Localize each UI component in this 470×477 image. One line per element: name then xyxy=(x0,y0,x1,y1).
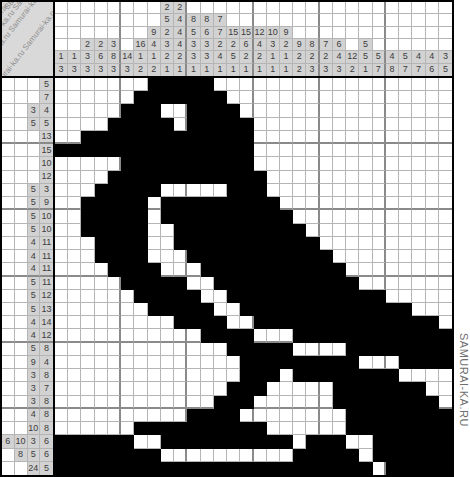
grid-cell[interactable] xyxy=(254,435,267,448)
grid-cell[interactable] xyxy=(201,343,214,356)
grid-cell[interactable] xyxy=(280,118,293,131)
grid-cell[interactable] xyxy=(81,171,94,184)
grid-cell[interactable] xyxy=(174,78,187,91)
grid-cell[interactable] xyxy=(373,303,386,316)
grid-cell[interactable] xyxy=(412,382,425,395)
grid-cell[interactable] xyxy=(187,396,200,409)
grid-cell[interactable] xyxy=(306,78,319,91)
grid-cell[interactable] xyxy=(55,316,68,329)
grid-cell[interactable] xyxy=(320,396,333,409)
grid-cell[interactable] xyxy=(306,290,319,303)
grid-cell[interactable] xyxy=(95,303,108,316)
grid-cell[interactable] xyxy=(187,356,200,369)
grid-cell[interactable] xyxy=(267,144,280,157)
grid-cell[interactable] xyxy=(148,224,161,237)
grid-cell[interactable] xyxy=(95,184,108,197)
grid-cell[interactable] xyxy=(333,118,346,131)
grid-cell[interactable] xyxy=(148,396,161,409)
grid-cell[interactable] xyxy=(346,343,359,356)
grid-cell[interactable] xyxy=(108,369,121,382)
grid-cell[interactable] xyxy=(81,237,94,250)
grid-cell[interactable] xyxy=(412,171,425,184)
grid-cell[interactable] xyxy=(333,237,346,250)
grid-cell[interactable] xyxy=(399,435,412,448)
grid-cell[interactable] xyxy=(386,104,399,117)
grid-cell[interactable] xyxy=(95,197,108,210)
grid-cell[interactable] xyxy=(174,462,187,475)
grid-cell[interactable] xyxy=(134,250,147,263)
grid-cell[interactable] xyxy=(426,449,439,462)
grid-cell[interactable] xyxy=(412,118,425,131)
grid-cell[interactable] xyxy=(227,462,240,475)
grid-cell[interactable] xyxy=(121,382,134,395)
grid-cell[interactable] xyxy=(214,104,227,117)
grid-cell[interactable] xyxy=(134,369,147,382)
grid-cell[interactable] xyxy=(373,118,386,131)
grid-cell[interactable] xyxy=(134,171,147,184)
grid-cell[interactable] xyxy=(187,224,200,237)
grid-cell[interactable] xyxy=(227,329,240,342)
grid-cell[interactable] xyxy=(108,422,121,435)
grid-cell[interactable] xyxy=(439,197,452,210)
grid-cell[interactable] xyxy=(227,343,240,356)
grid-cell[interactable] xyxy=(386,144,399,157)
grid-cell[interactable] xyxy=(373,462,386,475)
grid-cell[interactable] xyxy=(254,144,267,157)
grid-cell[interactable] xyxy=(399,131,412,144)
grid-cell[interactable] xyxy=(55,237,68,250)
grid-cell[interactable] xyxy=(373,409,386,422)
grid-cell[interactable] xyxy=(55,369,68,382)
grid-cell[interactable] xyxy=(439,435,452,448)
grid-cell[interactable] xyxy=(359,78,372,91)
grid-cell[interactable] xyxy=(399,356,412,369)
grid-cell[interactable] xyxy=(373,91,386,104)
grid-cell[interactable] xyxy=(386,250,399,263)
grid-cell[interactable] xyxy=(148,131,161,144)
grid-cell[interactable] xyxy=(95,263,108,276)
grid-cell[interactable] xyxy=(386,171,399,184)
grid-cell[interactable] xyxy=(161,144,174,157)
grid-cell[interactable] xyxy=(81,263,94,276)
grid-cell[interactable] xyxy=(55,329,68,342)
grid-cell[interactable] xyxy=(201,277,214,290)
grid-cell[interactable] xyxy=(227,157,240,170)
grid-cell[interactable] xyxy=(187,303,200,316)
grid-cell[interactable] xyxy=(426,224,439,237)
grid-cell[interactable] xyxy=(306,409,319,422)
grid-cell[interactable] xyxy=(174,303,187,316)
grid-cell[interactable] xyxy=(333,449,346,462)
grid-cell[interactable] xyxy=(439,118,452,131)
grid-cell[interactable] xyxy=(373,316,386,329)
grid-cell[interactable] xyxy=(373,396,386,409)
grid-cell[interactable] xyxy=(254,462,267,475)
grid-cell[interactable] xyxy=(412,91,425,104)
grid-cell[interactable] xyxy=(280,277,293,290)
grid-cell[interactable] xyxy=(108,78,121,91)
grid-cell[interactable] xyxy=(187,104,200,117)
grid-cell[interactable] xyxy=(174,184,187,197)
grid-cell[interactable] xyxy=(187,449,200,462)
grid-cell[interactable] xyxy=(346,263,359,276)
grid-cell[interactable] xyxy=(280,78,293,91)
grid-cell[interactable] xyxy=(254,184,267,197)
grid-cell[interactable] xyxy=(68,343,81,356)
grid-cell[interactable] xyxy=(333,382,346,395)
grid-cell[interactable] xyxy=(240,303,253,316)
grid-cell[interactable] xyxy=(121,157,134,170)
grid-cell[interactable] xyxy=(174,237,187,250)
grid-cell[interactable] xyxy=(386,237,399,250)
grid-cell[interactable] xyxy=(95,343,108,356)
grid-cell[interactable] xyxy=(161,356,174,369)
grid-cell[interactable] xyxy=(359,329,372,342)
grid-cell[interactable] xyxy=(81,250,94,263)
grid-cell[interactable] xyxy=(386,263,399,276)
grid-cell[interactable] xyxy=(240,197,253,210)
grid-cell[interactable] xyxy=(81,78,94,91)
grid-cell[interactable] xyxy=(254,382,267,395)
grid-cell[interactable] xyxy=(280,449,293,462)
grid-cell[interactable] xyxy=(386,409,399,422)
grid-cell[interactable] xyxy=(55,224,68,237)
grid-cell[interactable] xyxy=(148,171,161,184)
grid-cell[interactable] xyxy=(306,237,319,250)
grid-cell[interactable] xyxy=(412,78,425,91)
grid-cell[interactable] xyxy=(121,118,134,131)
grid-cell[interactable] xyxy=(240,184,253,197)
grid-cell[interactable] xyxy=(359,224,372,237)
grid-cell[interactable] xyxy=(148,422,161,435)
grid-cell[interactable] xyxy=(240,171,253,184)
grid-cell[interactable] xyxy=(55,409,68,422)
grid-cell[interactable] xyxy=(280,157,293,170)
grid-cell[interactable] xyxy=(346,210,359,223)
grid-cell[interactable] xyxy=(174,104,187,117)
grid-cell[interactable] xyxy=(426,369,439,382)
grid-cell[interactable] xyxy=(148,382,161,395)
grid-cell[interactable] xyxy=(227,131,240,144)
grid-cell[interactable] xyxy=(121,369,134,382)
grid-cell[interactable] xyxy=(214,343,227,356)
grid-cell[interactable] xyxy=(95,435,108,448)
grid-cell[interactable] xyxy=(214,224,227,237)
grid-cell[interactable] xyxy=(333,144,346,157)
grid-cell[interactable] xyxy=(161,382,174,395)
grid-cell[interactable] xyxy=(280,316,293,329)
grid-cell[interactable] xyxy=(81,422,94,435)
grid-cell[interactable] xyxy=(254,157,267,170)
grid-cell[interactable] xyxy=(108,396,121,409)
grid-cell[interactable] xyxy=(201,184,214,197)
grid-cell[interactable] xyxy=(227,422,240,435)
grid-cell[interactable] xyxy=(187,131,200,144)
grid-cell[interactable] xyxy=(187,435,200,448)
grid-cell[interactable] xyxy=(306,224,319,237)
grid-cell[interactable] xyxy=(174,210,187,223)
grid-cell[interactable] xyxy=(240,343,253,356)
grid-cell[interactable] xyxy=(280,356,293,369)
grid-cell[interactable] xyxy=(399,277,412,290)
grid-cell[interactable] xyxy=(346,157,359,170)
grid-cell[interactable] xyxy=(267,157,280,170)
grid-cell[interactable] xyxy=(174,435,187,448)
grid-cell[interactable] xyxy=(399,449,412,462)
grid-cell[interactable] xyxy=(333,422,346,435)
grid-cell[interactable] xyxy=(95,250,108,263)
grid-cell[interactable] xyxy=(81,396,94,409)
grid-cell[interactable] xyxy=(280,224,293,237)
grid-cell[interactable] xyxy=(254,237,267,250)
grid-cell[interactable] xyxy=(267,343,280,356)
grid-cell[interactable] xyxy=(174,171,187,184)
grid-cell[interactable] xyxy=(121,210,134,223)
grid-cell[interactable] xyxy=(426,131,439,144)
grid-cell[interactable] xyxy=(187,210,200,223)
grid-cell[interactable] xyxy=(187,462,200,475)
grid-cell[interactable] xyxy=(108,144,121,157)
grid-cell[interactable] xyxy=(174,382,187,395)
grid-cell[interactable] xyxy=(148,303,161,316)
grid-cell[interactable] xyxy=(267,91,280,104)
grid-cell[interactable] xyxy=(320,422,333,435)
grid-cell[interactable] xyxy=(108,131,121,144)
grid-cell[interactable] xyxy=(240,78,253,91)
grid-cell[interactable] xyxy=(95,91,108,104)
grid-cell[interactable] xyxy=(240,104,253,117)
grid-cell[interactable] xyxy=(121,449,134,462)
grid-cell[interactable] xyxy=(227,356,240,369)
grid-cell[interactable] xyxy=(148,157,161,170)
grid-cell[interactable] xyxy=(81,409,94,422)
grid-cell[interactable] xyxy=(108,303,121,316)
grid-cell[interactable] xyxy=(293,184,306,197)
grid-cell[interactable] xyxy=(386,91,399,104)
grid-cell[interactable] xyxy=(68,184,81,197)
grid-cell[interactable] xyxy=(306,369,319,382)
grid-cell[interactable] xyxy=(134,343,147,356)
grid-cell[interactable] xyxy=(373,224,386,237)
grid-cell[interactable] xyxy=(386,277,399,290)
grid-cell[interactable] xyxy=(108,356,121,369)
grid-cell[interactable] xyxy=(81,277,94,290)
grid-cell[interactable] xyxy=(346,250,359,263)
grid-cell[interactable] xyxy=(267,396,280,409)
grid-cell[interactable] xyxy=(227,78,240,91)
grid-cell[interactable] xyxy=(134,78,147,91)
grid-cell[interactable] xyxy=(439,369,452,382)
grid-cell[interactable] xyxy=(306,263,319,276)
grid-cell[interactable] xyxy=(201,118,214,131)
grid-cell[interactable] xyxy=(333,131,346,144)
grid-cell[interactable] xyxy=(68,382,81,395)
grid-cell[interactable] xyxy=(240,409,253,422)
grid-cell[interactable] xyxy=(121,91,134,104)
grid-cell[interactable] xyxy=(254,449,267,462)
grid-cell[interactable] xyxy=(134,303,147,316)
grid-cell[interactable] xyxy=(267,250,280,263)
grid-cell[interactable] xyxy=(412,197,425,210)
grid-cell[interactable] xyxy=(320,277,333,290)
grid-cell[interactable] xyxy=(399,329,412,342)
grid-cell[interactable] xyxy=(439,171,452,184)
grid-cell[interactable] xyxy=(280,303,293,316)
grid-cell[interactable] xyxy=(161,131,174,144)
grid-cell[interactable] xyxy=(174,396,187,409)
grid-cell[interactable] xyxy=(293,356,306,369)
grid-cell[interactable] xyxy=(373,369,386,382)
grid-cell[interactable] xyxy=(320,118,333,131)
grid-cell[interactable] xyxy=(55,104,68,117)
grid-cell[interactable] xyxy=(214,435,227,448)
grid-cell[interactable] xyxy=(134,144,147,157)
grid-cell[interactable] xyxy=(439,78,452,91)
grid-cell[interactable] xyxy=(399,91,412,104)
grid-cell[interactable] xyxy=(320,210,333,223)
grid-cell[interactable] xyxy=(95,224,108,237)
grid-cell[interactable] xyxy=(95,356,108,369)
grid-cell[interactable] xyxy=(359,250,372,263)
grid-cell[interactable] xyxy=(346,277,359,290)
grid-cell[interactable] xyxy=(81,118,94,131)
grid-cell[interactable] xyxy=(227,316,240,329)
grid-cell[interactable] xyxy=(373,184,386,197)
grid-cell[interactable] xyxy=(267,197,280,210)
grid-cell[interactable] xyxy=(439,449,452,462)
grid-cell[interactable] xyxy=(346,144,359,157)
grid-cell[interactable] xyxy=(227,263,240,276)
grid-cell[interactable] xyxy=(68,131,81,144)
grid-cell[interactable] xyxy=(214,356,227,369)
grid-cell[interactable] xyxy=(68,435,81,448)
grid-cell[interactable] xyxy=(293,131,306,144)
grid-cell[interactable] xyxy=(320,237,333,250)
grid-cell[interactable] xyxy=(399,462,412,475)
grid-cell[interactable] xyxy=(306,329,319,342)
grid-cell[interactable] xyxy=(121,409,134,422)
grid-cell[interactable] xyxy=(227,197,240,210)
grid-cell[interactable] xyxy=(161,197,174,210)
grid-cell[interactable] xyxy=(174,422,187,435)
grid-cell[interactable] xyxy=(161,263,174,276)
grid-cell[interactable] xyxy=(187,409,200,422)
grid-cell[interactable] xyxy=(267,382,280,395)
grid-cell[interactable] xyxy=(412,303,425,316)
grid-cell[interactable] xyxy=(346,184,359,197)
grid-cell[interactable] xyxy=(95,144,108,157)
grid-cell[interactable] xyxy=(320,449,333,462)
grid-cell[interactable] xyxy=(121,224,134,237)
grid-cell[interactable] xyxy=(359,184,372,197)
grid-cell[interactable] xyxy=(187,316,200,329)
grid-cell[interactable] xyxy=(121,184,134,197)
grid-cell[interactable] xyxy=(134,356,147,369)
grid-cell[interactable] xyxy=(121,303,134,316)
grid-cell[interactable] xyxy=(306,91,319,104)
grid-cell[interactable] xyxy=(81,224,94,237)
grid-cell[interactable] xyxy=(55,290,68,303)
grid-cell[interactable] xyxy=(373,171,386,184)
grid-cell[interactable] xyxy=(412,210,425,223)
grid-cell[interactable] xyxy=(386,356,399,369)
grid-cell[interactable] xyxy=(306,303,319,316)
grid-cell[interactable] xyxy=(55,131,68,144)
grid-cell[interactable] xyxy=(95,329,108,342)
grid-cell[interactable] xyxy=(412,250,425,263)
grid-cell[interactable] xyxy=(81,316,94,329)
grid-cell[interactable] xyxy=(227,224,240,237)
grid-cell[interactable] xyxy=(373,78,386,91)
grid-cell[interactable] xyxy=(55,396,68,409)
grid-cell[interactable] xyxy=(412,396,425,409)
grid-cell[interactable] xyxy=(439,356,452,369)
grid-cell[interactable] xyxy=(359,449,372,462)
grid-cell[interactable] xyxy=(426,237,439,250)
grid-cell[interactable] xyxy=(81,435,94,448)
grid-cell[interactable] xyxy=(399,118,412,131)
grid-cell[interactable] xyxy=(293,382,306,395)
grid-cell[interactable] xyxy=(95,277,108,290)
grid-cell[interactable] xyxy=(240,396,253,409)
grid-cell[interactable] xyxy=(333,303,346,316)
grid-cell[interactable] xyxy=(227,449,240,462)
grid-cell[interactable] xyxy=(240,250,253,263)
grid-cell[interactable] xyxy=(333,263,346,276)
grid-cell[interactable] xyxy=(227,369,240,382)
grid-cell[interactable] xyxy=(68,250,81,263)
grid-cell[interactable] xyxy=(134,462,147,475)
grid-cell[interactable] xyxy=(121,171,134,184)
grid-cell[interactable] xyxy=(187,329,200,342)
grid-cell[interactable] xyxy=(386,224,399,237)
grid-cell[interactable] xyxy=(121,435,134,448)
grid-cell[interactable] xyxy=(426,184,439,197)
grid-cell[interactable] xyxy=(240,449,253,462)
grid-cell[interactable] xyxy=(412,462,425,475)
grid-cell[interactable] xyxy=(55,250,68,263)
grid-cell[interactable] xyxy=(399,303,412,316)
grid-cell[interactable] xyxy=(161,290,174,303)
grid-cell[interactable] xyxy=(148,78,161,91)
grid-cell[interactable] xyxy=(306,184,319,197)
grid-cell[interactable] xyxy=(68,396,81,409)
grid-cell[interactable] xyxy=(293,237,306,250)
grid-cell[interactable] xyxy=(214,449,227,462)
grid-cell[interactable] xyxy=(267,118,280,131)
grid-cell[interactable] xyxy=(386,290,399,303)
grid-cell[interactable] xyxy=(293,157,306,170)
grid-cell[interactable] xyxy=(95,449,108,462)
grid-cell[interactable] xyxy=(412,277,425,290)
grid-cell[interactable] xyxy=(333,277,346,290)
grid-cell[interactable] xyxy=(68,369,81,382)
grid-cell[interactable] xyxy=(81,210,94,223)
grid-cell[interactable] xyxy=(108,263,121,276)
grid-cell[interactable] xyxy=(412,224,425,237)
grid-cell[interactable] xyxy=(134,449,147,462)
grid-cell[interactable] xyxy=(95,157,108,170)
grid-cell[interactable] xyxy=(121,316,134,329)
grid-cell[interactable] xyxy=(95,290,108,303)
grid-cell[interactable] xyxy=(306,277,319,290)
grid-cell[interactable] xyxy=(121,277,134,290)
grid-cell[interactable] xyxy=(227,435,240,448)
grid-cell[interactable] xyxy=(439,157,452,170)
grid-cell[interactable] xyxy=(280,104,293,117)
grid-cell[interactable] xyxy=(134,157,147,170)
grid-cell[interactable] xyxy=(174,449,187,462)
